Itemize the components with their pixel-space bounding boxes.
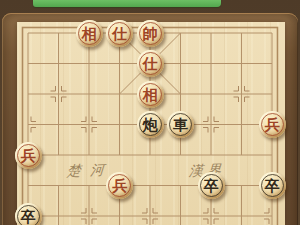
piece-character: 仕 <box>143 55 158 73</box>
piece-character: 兵 <box>21 147 36 165</box>
top-bar <box>0 0 300 14</box>
piece-character: 炮 <box>143 116 158 134</box>
piece-character: 帥 <box>143 25 158 43</box>
piece-character: 卒 <box>21 208 36 226</box>
progress-bar <box>33 0 221 7</box>
piece-red-兵-f1r5[interactable]: 兵 <box>15 142 42 169</box>
piece-character: 兵 <box>112 177 127 195</box>
piece-character: 車 <box>173 116 188 134</box>
piece-red-仕-f4r1[interactable]: 仕 <box>106 20 133 47</box>
piece-character: 兵 <box>265 116 280 134</box>
piece-character: 卒 <box>265 177 280 195</box>
piece-character: 卒 <box>204 177 219 195</box>
piece-black-卒-f7r6[interactable]: 卒 <box>198 172 225 199</box>
piece-character: 相 <box>82 25 97 43</box>
piece-red-相-f3r1[interactable]: 相 <box>76 20 103 47</box>
game-screen: 楚河 漢界 相仕帥仕相炮車兵兵兵卒卒卒 <box>0 0 300 225</box>
piece-black-卒-f9r6[interactable]: 卒 <box>259 172 286 199</box>
piece-red-兵-f4r6[interactable]: 兵 <box>106 172 133 199</box>
piece-black-車-f6r4[interactable]: 車 <box>167 111 194 138</box>
piece-red-帥-f5r1[interactable]: 帥 <box>137 20 164 47</box>
piece-red-相-f5r3[interactable]: 相 <box>137 81 164 108</box>
piece-character: 仕 <box>112 25 127 43</box>
piece-character: 相 <box>143 86 158 104</box>
piece-red-兵-f9r4[interactable]: 兵 <box>259 111 286 138</box>
piece-black-炮-f5r4[interactable]: 炮 <box>137 111 164 138</box>
river-label-left: 楚河 <box>66 162 113 178</box>
piece-black-卒-f1r7[interactable]: 卒 <box>15 203 42 226</box>
piece-red-仕-f5r2[interactable]: 仕 <box>137 50 164 77</box>
